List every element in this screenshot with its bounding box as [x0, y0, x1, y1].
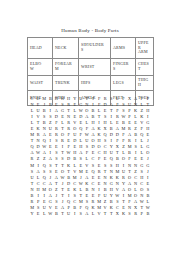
word-bank-cell: ELBOW: [28, 59, 53, 76]
word-bank-cell: SHOULDERS: [79, 38, 111, 59]
word-bank-cell: UPPERARM: [136, 38, 154, 59]
grid-cell: B: [145, 211, 151, 217]
page-title: Human Body - Body Parts: [0, 28, 180, 33]
word-bank-cell: FOREARM: [53, 59, 79, 76]
word-bank-cell: CHEST: [136, 59, 154, 76]
word-bank-cell: NECK: [53, 38, 79, 59]
word-bank-cell: FINGERS: [111, 59, 136, 76]
word-bank-row: HEADNECKSHOULDERSARMSUPPERARM: [28, 38, 154, 59]
word-bank-row: WAISTTRUNKHIPSLEGSTHIGH: [28, 76, 154, 91]
word-bank-cell: HEAD: [28, 38, 53, 59]
word-bank-cell: TRUNK: [53, 76, 79, 91]
word-bank-cell: ARMS: [111, 38, 136, 59]
word-bank-cell: HIPS: [79, 76, 111, 91]
word-bank-row: ELBOWFOREARMWRISTFINGERSCHEST: [28, 59, 154, 76]
word-bank-cell: LEGS: [111, 76, 136, 91]
word-bank-cell: WRIST: [79, 59, 111, 76]
word-bank-cell: WAIST: [28, 76, 53, 91]
word-bank-cell: THIGH: [136, 76, 154, 91]
word-search-grid: COMBHWHYUTTFRSLFXAFPNEJBESREGNIFDAFSUNLT…: [29, 96, 151, 217]
